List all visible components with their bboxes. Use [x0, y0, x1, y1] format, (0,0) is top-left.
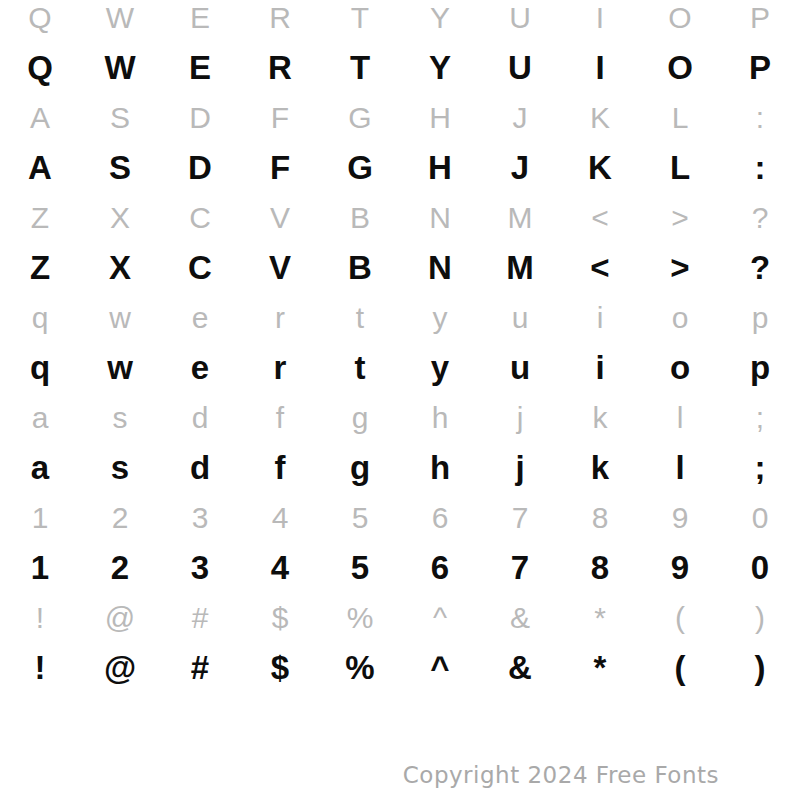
glyph-cell-r5c6: N [400, 193, 480, 243]
glyph-cell-r1c4: R [240, 0, 320, 43]
glyph-cell-r2c6: Y [400, 43, 480, 93]
glyph-cell-r1c3: E [160, 0, 240, 43]
glyph-cell-r13c4: $ [240, 593, 320, 643]
glyph-cell-r5c4: V [240, 193, 320, 243]
glyph-cell-r2c8: I [560, 43, 640, 93]
glyph-cell-r14c4: $ [240, 643, 320, 693]
glyph-cell-r3c1: A [0, 93, 80, 143]
glyph-cell-r10c8: k [560, 443, 640, 493]
glyph-cell-r10c4: f [240, 443, 320, 493]
glyph-cell-r1c10: P [720, 0, 800, 43]
glyph-cell-r12c2: 2 [80, 543, 160, 593]
glyph-cell-r2c9: O [640, 43, 720, 93]
glyph-cell-r6c10: ? [720, 243, 800, 293]
glyph-cell-r14c2: @ [80, 643, 160, 693]
glyph-cell-r4c5: G [320, 143, 400, 193]
glyph-cell-r1c7: U [480, 0, 560, 43]
glyph-cell-r6c3: C [160, 243, 240, 293]
glyph-cell-r9c4: f [240, 393, 320, 443]
glyph-cell-r6c9: > [640, 243, 720, 293]
glyph-cell-r9c6: h [400, 393, 480, 443]
glyph-cell-r4c10: : [720, 143, 800, 193]
glyph-cell-r8c9: o [640, 343, 720, 393]
glyph-cell-r5c7: M [480, 193, 560, 243]
glyph-cell-r3c5: G [320, 93, 400, 143]
glyph-cell-r5c3: C [160, 193, 240, 243]
glyph-cell-r11c10: 0 [720, 493, 800, 543]
glyph-cell-r13c1: ! [0, 593, 80, 643]
glyph-cell-r3c7: J [480, 93, 560, 143]
glyph-cell-r10c2: s [80, 443, 160, 493]
glyph-cell-r4c1: A [0, 143, 80, 193]
glyph-cell-r2c5: T [320, 43, 400, 93]
glyph-cell-r2c7: U [480, 43, 560, 93]
glyph-cell-r13c9: ( [640, 593, 720, 643]
glyph-cell-r11c2: 2 [80, 493, 160, 543]
glyph-cell-r7c6: y [400, 293, 480, 343]
glyph-cell-r9c3: d [160, 393, 240, 443]
glyph-cell-r6c6: N [400, 243, 480, 293]
glyph-cell-r8c8: i [560, 343, 640, 393]
glyph-cell-r7c2: w [80, 293, 160, 343]
glyph-cell-r9c10: ; [720, 393, 800, 443]
glyph-cell-r10c9: l [640, 443, 720, 493]
glyph-cell-r11c6: 6 [400, 493, 480, 543]
glyph-cell-r8c3: e [160, 343, 240, 393]
glyph-cell-r8c6: y [400, 343, 480, 393]
glyph-cell-r4c6: H [400, 143, 480, 193]
glyph-cell-r14c3: # [160, 643, 240, 693]
glyph-cell-r2c1: Q [0, 43, 80, 93]
glyph-cell-r12c4: 4 [240, 543, 320, 593]
glyph-cell-r6c7: M [480, 243, 560, 293]
glyph-cell-r4c8: K [560, 143, 640, 193]
glyph-cell-r7c10: p [720, 293, 800, 343]
glyph-cell-r11c8: 8 [560, 493, 640, 543]
glyph-cell-r10c1: a [0, 443, 80, 493]
glyph-cell-r12c7: 7 [480, 543, 560, 593]
glyph-cell-r4c3: D [160, 143, 240, 193]
glyph-cell-r12c10: 0 [720, 543, 800, 593]
glyph-cell-r6c4: V [240, 243, 320, 293]
glyph-cell-r1c1: Q [0, 0, 80, 43]
glyph-cell-r8c7: u [480, 343, 560, 393]
glyph-cell-r8c5: t [320, 343, 400, 393]
glyph-cell-r11c1: 1 [0, 493, 80, 543]
glyph-cell-r2c3: E [160, 43, 240, 93]
glyph-cell-r9c2: s [80, 393, 160, 443]
glyph-cell-r11c9: 9 [640, 493, 720, 543]
glyph-cell-r8c2: w [80, 343, 160, 393]
glyph-cell-r11c3: 3 [160, 493, 240, 543]
glyph-cell-r9c9: l [640, 393, 720, 443]
glyph-cell-r3c3: D [160, 93, 240, 143]
glyph-cell-r1c9: O [640, 0, 720, 43]
glyph-cell-r12c8: 8 [560, 543, 640, 593]
glyph-cell-r6c8: < [560, 243, 640, 293]
glyph-cell-r7c8: i [560, 293, 640, 343]
glyph-cell-r2c2: W [80, 43, 160, 93]
glyph-cell-r4c2: S [80, 143, 160, 193]
glyph-cell-r13c6: ^ [400, 593, 480, 643]
font-preview-page: QWERTYUIOPQWERTYUIOPASDFGHJKL:ASDFGHJKL:… [0, 0, 800, 800]
glyph-cell-r2c10: P [720, 43, 800, 93]
glyph-cell-r3c4: F [240, 93, 320, 143]
glyph-cell-r13c2: @ [80, 593, 160, 643]
glyph-cell-r2c4: R [240, 43, 320, 93]
glyph-grid: QWERTYUIOPQWERTYUIOPASDFGHJKL:ASDFGHJKL:… [0, 0, 800, 693]
glyph-cell-r14c7: & [480, 643, 560, 693]
glyph-cell-r13c5: % [320, 593, 400, 643]
glyph-cell-r14c1: ! [0, 643, 80, 693]
glyph-cell-r13c7: & [480, 593, 560, 643]
glyph-cell-r5c2: X [80, 193, 160, 243]
glyph-cell-r4c9: L [640, 143, 720, 193]
glyph-cell-r3c2: S [80, 93, 160, 143]
glyph-cell-r6c5: B [320, 243, 400, 293]
glyph-cell-r3c6: H [400, 93, 480, 143]
glyph-cell-r13c10: ) [720, 593, 800, 643]
glyph-cell-r12c9: 9 [640, 543, 720, 593]
glyph-cell-r13c3: # [160, 593, 240, 643]
glyph-cell-r8c4: r [240, 343, 320, 393]
glyph-cell-r14c9: ( [640, 643, 720, 693]
glyph-cell-r10c5: g [320, 443, 400, 493]
glyph-cell-r1c2: W [80, 0, 160, 43]
glyph-cell-r7c5: t [320, 293, 400, 343]
glyph-cell-r3c8: K [560, 93, 640, 143]
glyph-cell-r7c1: q [0, 293, 80, 343]
glyph-cell-r11c7: 7 [480, 493, 560, 543]
glyph-cell-r5c1: Z [0, 193, 80, 243]
glyph-cell-r10c6: h [400, 443, 480, 493]
copyright-text: Copyright 2024 Free Fonts [403, 760, 719, 790]
glyph-cell-r8c1: q [0, 343, 80, 393]
glyph-cell-r1c6: Y [400, 0, 480, 43]
glyph-cell-r9c7: j [480, 393, 560, 443]
glyph-cell-r7c4: r [240, 293, 320, 343]
glyph-cell-r6c2: X [80, 243, 160, 293]
glyph-cell-r8c10: p [720, 343, 800, 393]
glyph-cell-r11c4: 4 [240, 493, 320, 543]
glyph-cell-r12c6: 6 [400, 543, 480, 593]
glyph-cell-r9c1: a [0, 393, 80, 443]
glyph-cell-r11c5: 5 [320, 493, 400, 543]
glyph-cell-r14c8: * [560, 643, 640, 693]
glyph-cell-r5c8: < [560, 193, 640, 243]
glyph-cell-r10c10: ; [720, 443, 800, 493]
glyph-cell-r12c1: 1 [0, 543, 80, 593]
glyph-cell-r1c5: T [320, 0, 400, 43]
glyph-cell-r1c8: I [560, 0, 640, 43]
glyph-cell-r5c10: ? [720, 193, 800, 243]
glyph-cell-r12c5: 5 [320, 543, 400, 593]
glyph-cell-r14c6: ^ [400, 643, 480, 693]
glyph-cell-r13c8: * [560, 593, 640, 643]
glyph-cell-r7c3: e [160, 293, 240, 343]
glyph-cell-r10c3: d [160, 443, 240, 493]
glyph-cell-r7c7: u [480, 293, 560, 343]
glyph-cell-r4c4: F [240, 143, 320, 193]
glyph-cell-r3c10: : [720, 93, 800, 143]
glyph-cell-r5c9: > [640, 193, 720, 243]
glyph-cell-r6c1: Z [0, 243, 80, 293]
glyph-cell-r10c7: j [480, 443, 560, 493]
glyph-cell-r12c3: 3 [160, 543, 240, 593]
glyph-cell-r7c9: o [640, 293, 720, 343]
glyph-cell-r4c7: J [480, 143, 560, 193]
glyph-cell-r14c10: ) [720, 643, 800, 693]
glyph-cell-r9c5: g [320, 393, 400, 443]
glyph-cell-r5c5: B [320, 193, 400, 243]
glyph-cell-r9c8: k [560, 393, 640, 443]
glyph-cell-r14c5: % [320, 643, 400, 693]
glyph-cell-r3c9: L [640, 93, 720, 143]
